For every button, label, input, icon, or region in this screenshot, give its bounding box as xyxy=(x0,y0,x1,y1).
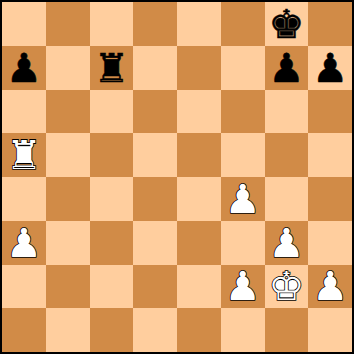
square-e5[interactable] xyxy=(177,133,221,177)
square-a6[interactable] xyxy=(2,90,46,134)
square-b7[interactable] xyxy=(46,46,90,90)
square-d5[interactable] xyxy=(133,133,177,177)
square-c3[interactable] xyxy=(90,221,134,265)
square-f5[interactable] xyxy=(221,133,265,177)
square-a3[interactable]: ♟ xyxy=(2,221,46,265)
square-g7[interactable]: ♟ xyxy=(265,46,309,90)
square-e1[interactable] xyxy=(177,308,221,352)
square-b2[interactable] xyxy=(46,265,90,309)
square-c8[interactable] xyxy=(90,2,134,46)
black-pawn[interactable]: ♟ xyxy=(312,48,348,88)
chess-board: ♚♟♜♟♟♜♟♟♟♟♚♟ xyxy=(0,0,354,354)
square-g8[interactable]: ♚ xyxy=(265,2,309,46)
square-b3[interactable] xyxy=(46,221,90,265)
square-g1[interactable] xyxy=(265,308,309,352)
square-f1[interactable] xyxy=(221,308,265,352)
square-d3[interactable] xyxy=(133,221,177,265)
square-d4[interactable] xyxy=(133,177,177,221)
square-f2[interactable]: ♟ xyxy=(221,265,265,309)
white-king[interactable]: ♚ xyxy=(268,266,304,306)
square-g3[interactable]: ♟ xyxy=(265,221,309,265)
square-b6[interactable] xyxy=(46,90,90,134)
square-d8[interactable] xyxy=(133,2,177,46)
square-c5[interactable] xyxy=(90,133,134,177)
square-c2[interactable] xyxy=(90,265,134,309)
square-d6[interactable] xyxy=(133,90,177,134)
square-e7[interactable] xyxy=(177,46,221,90)
black-rook[interactable]: ♜ xyxy=(93,48,129,88)
square-c1[interactable] xyxy=(90,308,134,352)
square-a8[interactable] xyxy=(2,2,46,46)
square-b1[interactable] xyxy=(46,308,90,352)
white-rook[interactable]: ♜ xyxy=(6,135,42,175)
square-h4[interactable] xyxy=(308,177,352,221)
square-f8[interactable] xyxy=(221,2,265,46)
square-f6[interactable] xyxy=(221,90,265,134)
square-h2[interactable]: ♟ xyxy=(308,265,352,309)
white-pawn[interactable]: ♟ xyxy=(225,266,261,306)
square-e3[interactable] xyxy=(177,221,221,265)
square-g5[interactable] xyxy=(265,133,309,177)
square-d7[interactable] xyxy=(133,46,177,90)
square-a1[interactable] xyxy=(2,308,46,352)
square-d1[interactable] xyxy=(133,308,177,352)
black-pawn[interactable]: ♟ xyxy=(6,48,42,88)
square-a2[interactable] xyxy=(2,265,46,309)
square-h3[interactable] xyxy=(308,221,352,265)
square-c7[interactable]: ♜ xyxy=(90,46,134,90)
square-b5[interactable] xyxy=(46,133,90,177)
square-g2[interactable]: ♚ xyxy=(265,265,309,309)
square-e6[interactable] xyxy=(177,90,221,134)
square-h1[interactable] xyxy=(308,308,352,352)
square-e8[interactable] xyxy=(177,2,221,46)
black-king[interactable]: ♚ xyxy=(268,4,304,44)
square-c6[interactable] xyxy=(90,90,134,134)
square-g6[interactable] xyxy=(265,90,309,134)
square-e4[interactable] xyxy=(177,177,221,221)
square-f7[interactable] xyxy=(221,46,265,90)
white-pawn[interactable]: ♟ xyxy=(268,223,304,263)
white-pawn[interactable]: ♟ xyxy=(225,179,261,219)
square-h7[interactable]: ♟ xyxy=(308,46,352,90)
square-f3[interactable] xyxy=(221,221,265,265)
square-h6[interactable] xyxy=(308,90,352,134)
square-b8[interactable] xyxy=(46,2,90,46)
square-h8[interactable] xyxy=(308,2,352,46)
white-pawn[interactable]: ♟ xyxy=(312,266,348,306)
square-d2[interactable] xyxy=(133,265,177,309)
square-g4[interactable] xyxy=(265,177,309,221)
square-f4[interactable]: ♟ xyxy=(221,177,265,221)
square-a4[interactable] xyxy=(2,177,46,221)
white-pawn[interactable]: ♟ xyxy=(6,223,42,263)
black-pawn[interactable]: ♟ xyxy=(268,48,304,88)
square-e2[interactable] xyxy=(177,265,221,309)
square-b4[interactable] xyxy=(46,177,90,221)
square-h5[interactable] xyxy=(308,133,352,177)
square-a7[interactable]: ♟ xyxy=(2,46,46,90)
square-c4[interactable] xyxy=(90,177,134,221)
square-a5[interactable]: ♜ xyxy=(2,133,46,177)
